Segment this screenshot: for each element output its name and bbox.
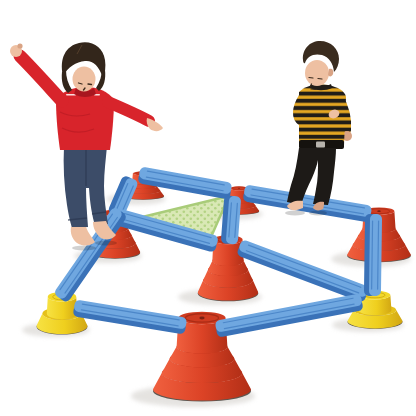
boy-foot-shadow	[309, 211, 327, 216]
boy-belt-buckle	[316, 142, 325, 148]
plank-right-vertical	[364, 214, 382, 296]
boy-foot-shadow	[285, 211, 305, 216]
plank-triangle-right	[221, 195, 242, 244]
girl-left-thumb	[17, 43, 22, 48]
boy-face	[305, 60, 329, 86]
girl-face	[73, 67, 96, 92]
balance-course-scene: Children balancing on a modular balance …	[0, 0, 416, 416]
girl-foot-shadow	[72, 246, 96, 251]
product-photo: Children balancing on a modular balance …	[0, 0, 416, 416]
girl-foot-shadow	[95, 241, 117, 246]
